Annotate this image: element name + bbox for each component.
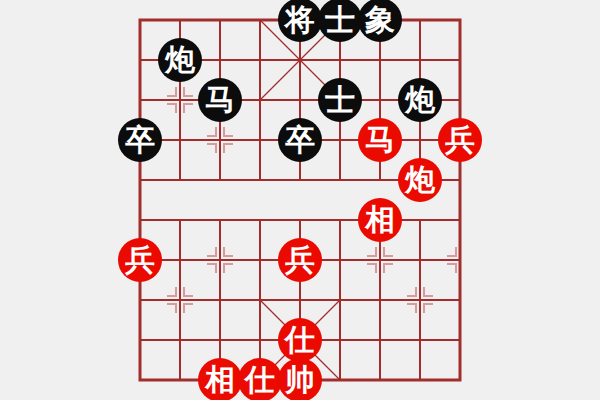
red-cannon-piece[interactable]: 炮: [398, 158, 442, 202]
pieces-layer[interactable]: 将士象炮马士炮卒卒马兵炮相兵兵仕相仕帅: [120, 0, 480, 400]
black-soldier-piece[interactable]: 卒: [278, 118, 322, 162]
black-cannon-piece[interactable]: 炮: [398, 78, 442, 122]
xiangqi-board[interactable]: 将士象炮马士炮卒卒马兵炮相兵兵仕相仕帅: [0, 0, 600, 400]
black-general-piece[interactable]: 将: [278, 0, 322, 42]
red-advisor-piece[interactable]: 仕: [278, 318, 322, 362]
black-cannon-piece[interactable]: 炮: [158, 38, 202, 82]
black-advisor-piece[interactable]: 士: [318, 78, 362, 122]
black-horse-piece[interactable]: 马: [198, 78, 242, 122]
red-advisor-piece[interactable]: 仕: [238, 358, 282, 400]
red-soldier-piece[interactable]: 兵: [438, 118, 482, 162]
black-advisor-piece[interactable]: 士: [318, 0, 362, 42]
red-horse-piece[interactable]: 马: [358, 118, 402, 162]
red-elephant-piece[interactable]: 相: [198, 358, 242, 400]
black-elephant-piece[interactable]: 象: [358, 0, 402, 42]
red-general-piece[interactable]: 帅: [278, 358, 322, 400]
black-soldier-piece[interactable]: 卒: [118, 118, 162, 162]
red-soldier-piece[interactable]: 兵: [278, 238, 322, 282]
red-elephant-piece[interactable]: 相: [358, 198, 402, 242]
red-soldier-piece[interactable]: 兵: [118, 238, 162, 282]
